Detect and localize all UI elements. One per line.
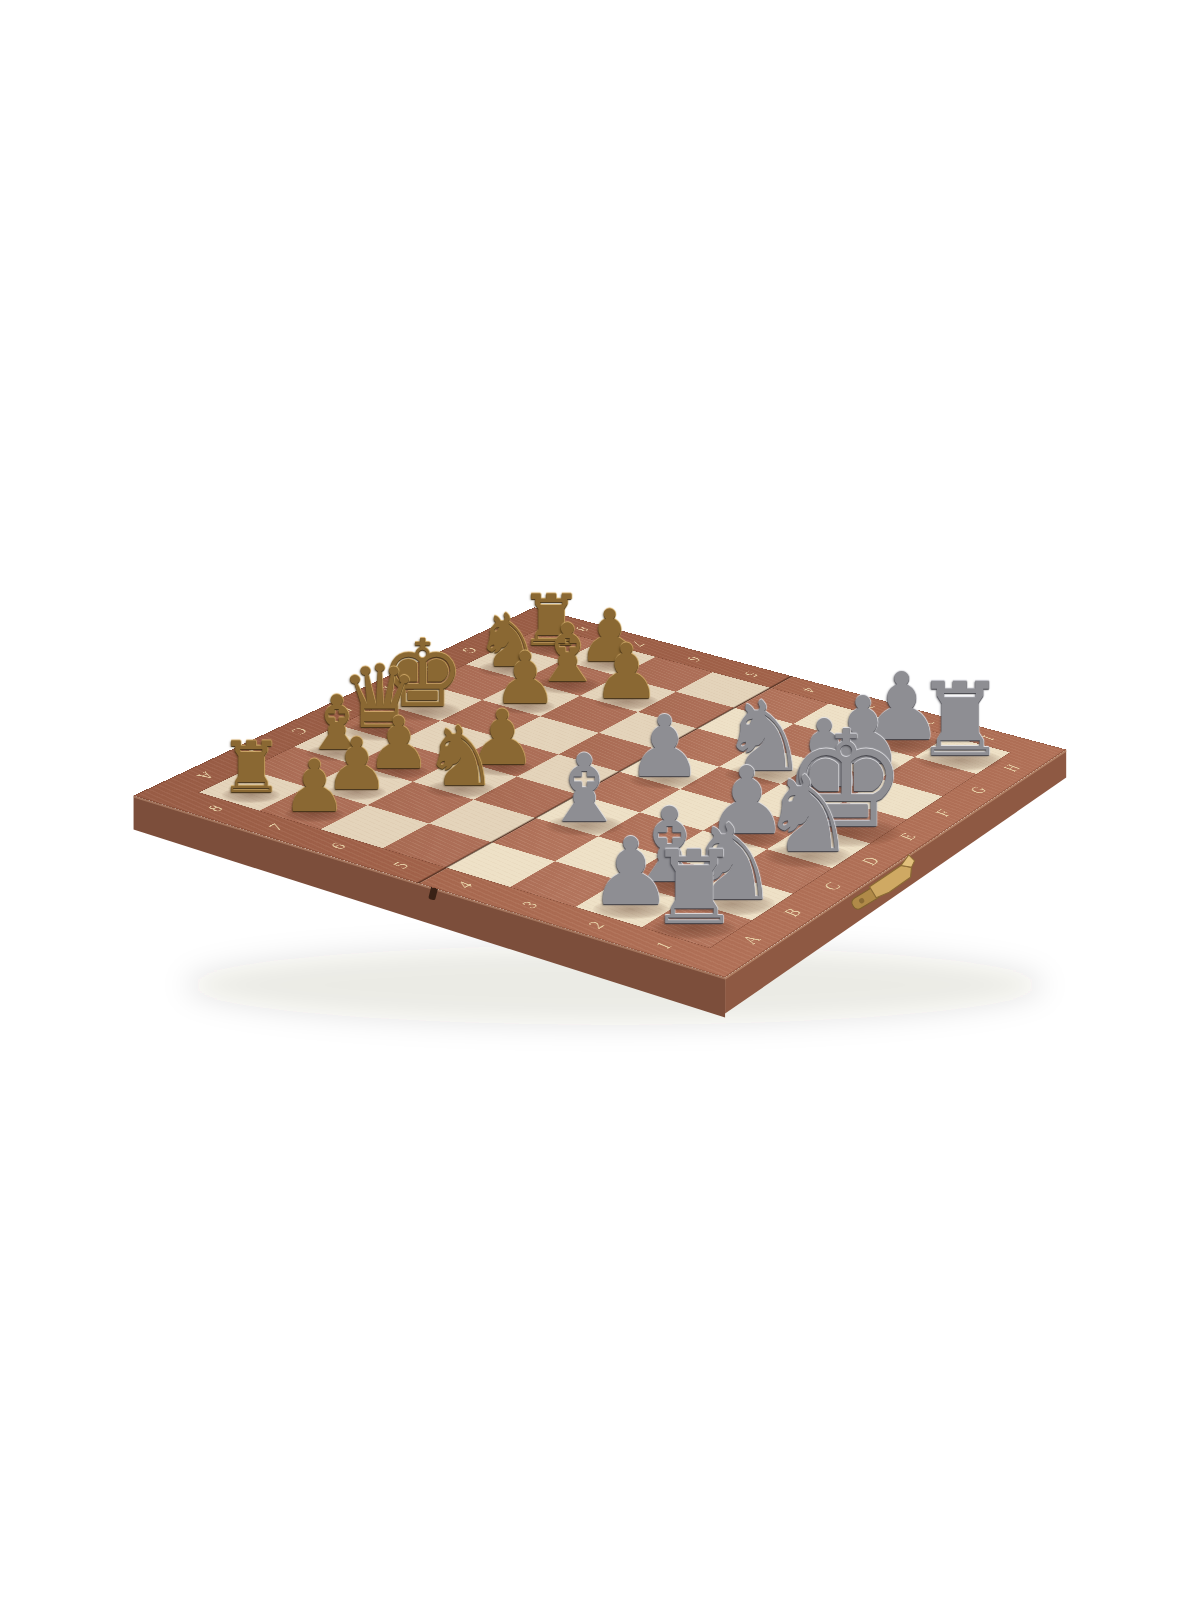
product-photo-scene: AABBCCDDEEFFGGHH8877665544332211 ♜♟♞♝♟♟♚… <box>0 0 1200 1600</box>
brass-latch[interactable] <box>0 0 1200 1600</box>
